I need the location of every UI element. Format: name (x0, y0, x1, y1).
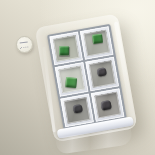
price-tag (16, 36, 33, 53)
dark-gem (101, 100, 112, 111)
dark-gem (97, 67, 107, 76)
gem-box-r2c2 (85, 57, 119, 91)
green-gem (65, 77, 77, 88)
gem-box-r1c1 (49, 32, 83, 66)
dark-gem (73, 104, 83, 113)
green-gem (59, 47, 69, 56)
photo-background (0, 0, 155, 155)
gem-box-r3c1 (60, 93, 94, 127)
gem-box-r2c1 (55, 62, 89, 96)
box-pad (89, 61, 116, 88)
box-pad (53, 35, 80, 62)
box-pad (83, 30, 110, 57)
gem-box-r1c2 (80, 26, 114, 60)
gem-package (35, 15, 138, 142)
box-pad (94, 91, 121, 118)
box-pad (64, 97, 91, 124)
tag-handwriting (20, 41, 29, 48)
gem-box-r3c2 (91, 88, 125, 122)
green-gem (92, 34, 103, 44)
box-pad (58, 66, 85, 93)
